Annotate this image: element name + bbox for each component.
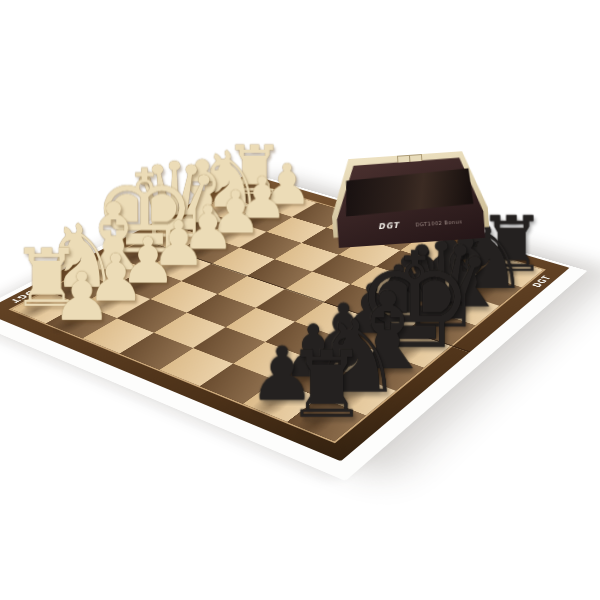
scene-3d: DGT DGT ♜♞♝♛♚♝♞♜♟♟♟♟♟♟♟♟♟♟♟♟♟♟♟♟♜♞♝♛♚♝♞♜ — [0, 0, 600, 600]
clock-brand-label: DGT — [378, 221, 400, 231]
square-h8: ♜ — [288, 397, 366, 441]
dgt-chess-clock: DGT DGT1002 Bonus — [328, 150, 490, 249]
product-photo-stage: DGT DGT ♜♞♝♛♚♝♞♜♟♟♟♟♟♟♟♟♟♟♟♟♟♟♟♟♜♞♝♛♚♝♞♜… — [0, 0, 600, 600]
